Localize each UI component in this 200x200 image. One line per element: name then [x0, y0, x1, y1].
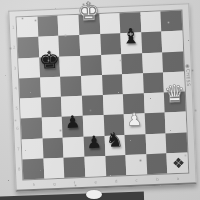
board-square	[103, 114, 124, 135]
board-square	[82, 95, 103, 116]
rank-label: 7	[17, 147, 20, 151]
file-label: c	[135, 178, 137, 182]
file-label: h	[32, 182, 35, 186]
board-square	[17, 37, 38, 58]
board-square: ♝	[120, 33, 141, 54]
board-square	[18, 57, 39, 78]
light-reflection-blob	[86, 190, 102, 199]
board-square	[84, 156, 105, 177]
board-square	[144, 92, 165, 113]
photo-frame: ♚♝♚♛♟♟♟♞ 12345678 hgfedcba ◉CHESS ❖	[0, 0, 200, 200]
board-square: ♚	[39, 56, 60, 77]
board-square	[121, 53, 142, 74]
rank-label: 6	[16, 127, 19, 131]
board-square	[81, 75, 102, 96]
rank-label: 1	[12, 26, 15, 30]
board-square	[19, 77, 40, 98]
board-square	[22, 138, 43, 159]
board-square	[58, 15, 79, 36]
board-square	[99, 13, 120, 34]
board-square	[102, 94, 123, 115]
board-square	[162, 31, 183, 52]
rank-label: 5	[15, 107, 18, 111]
board-square	[61, 96, 82, 117]
file-label: d	[115, 179, 118, 183]
board-square	[20, 98, 41, 119]
board-grid: ♚♝♚♛♟♟♟♞	[17, 11, 189, 180]
board-square	[43, 157, 64, 178]
board-square	[163, 51, 184, 72]
board-square: ♟	[62, 116, 83, 137]
board-square	[83, 115, 104, 136]
board-square	[163, 71, 184, 92]
file-label: g	[53, 182, 56, 186]
file-label: a	[177, 176, 180, 180]
board-square	[125, 134, 146, 155]
board-square: ♛	[164, 92, 185, 113]
board-square	[105, 155, 126, 176]
board-square	[101, 54, 122, 75]
board-square	[80, 55, 101, 76]
board-square	[59, 55, 80, 76]
file-label: f	[74, 181, 76, 185]
board-square	[140, 11, 161, 32]
board-square: ♟	[124, 114, 145, 135]
board-square: ♞	[104, 135, 125, 156]
black-pawn: ♟	[65, 114, 81, 132]
board-square	[165, 112, 186, 133]
board-square	[38, 36, 59, 57]
chess-board: ♚♝♚♛♟♟♟♞ 12345678 hgfedcba ◉CHESS ❖	[8, 3, 196, 191]
board-square	[166, 132, 187, 153]
brand-logo-icon: ❖	[172, 156, 185, 171]
white-king: ♚	[77, 0, 100, 25]
board-square	[41, 117, 62, 138]
black-pawn: ♟	[86, 133, 102, 151]
board-square	[100, 33, 121, 54]
file-label: b	[156, 177, 159, 181]
dust-speckles	[0, 0, 1, 1]
board-square	[102, 74, 123, 95]
rank-label: 2	[13, 46, 16, 50]
brand-name: CHESS	[185, 69, 191, 87]
board-square	[143, 72, 164, 93]
board-square	[161, 11, 182, 32]
board-square	[59, 35, 80, 56]
table-edge-shadow	[0, 191, 144, 200]
board-square	[144, 113, 165, 134]
brand-text: ◉CHESS	[184, 62, 191, 86]
board-square	[21, 118, 42, 139]
board-square	[120, 12, 141, 33]
board-square	[60, 76, 81, 97]
board-square	[146, 153, 167, 174]
board-square	[142, 52, 163, 73]
board-square	[41, 97, 62, 118]
file-label: e	[94, 180, 97, 184]
board-square	[42, 137, 63, 158]
board-square: ♟	[83, 135, 104, 156]
board-square	[141, 32, 162, 53]
board-square	[40, 76, 61, 97]
rank-label: 4	[14, 86, 17, 90]
board-square: ♚	[78, 14, 99, 35]
white-pawn: ♟	[126, 111, 142, 129]
board-square	[126, 154, 147, 175]
board-square	[123, 93, 144, 114]
board-square	[63, 136, 84, 157]
board-square	[145, 133, 166, 154]
board-square	[122, 73, 143, 94]
board-square	[79, 34, 100, 55]
rank-label: 3	[14, 66, 17, 70]
board-square	[23, 158, 44, 179]
board-square	[37, 16, 58, 37]
board-square	[17, 17, 38, 38]
board-square	[64, 157, 85, 178]
rank-label: 8	[18, 167, 21, 171]
